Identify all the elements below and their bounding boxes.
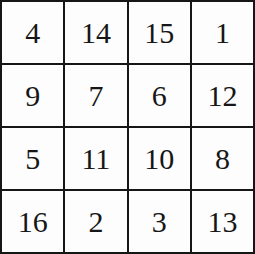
cell-r2c1: 9 — [2, 65, 63, 126]
cell-r3c2: 11 — [65, 128, 126, 189]
cell-r1c1: 4 — [2, 2, 63, 63]
cell-r3c3: 10 — [129, 128, 190, 189]
magic-square-board: 4 14 15 1 9 7 6 12 5 11 10 8 16 2 3 13 — [0, 0, 255, 254]
cell-r1c2: 14 — [65, 2, 126, 63]
cell-r2c4: 12 — [192, 65, 253, 126]
cell-r3c4: 8 — [192, 128, 253, 189]
cell-r3c1: 5 — [2, 128, 63, 189]
cell-r1c3: 15 — [129, 2, 190, 63]
cell-r2c2: 7 — [65, 65, 126, 126]
cell-r4c2: 2 — [65, 191, 126, 252]
cell-r4c1: 16 — [2, 191, 63, 252]
cell-r4c3: 3 — [129, 191, 190, 252]
cell-r2c3: 6 — [129, 65, 190, 126]
cell-r1c4: 1 — [192, 2, 253, 63]
cell-r4c4: 13 — [192, 191, 253, 252]
